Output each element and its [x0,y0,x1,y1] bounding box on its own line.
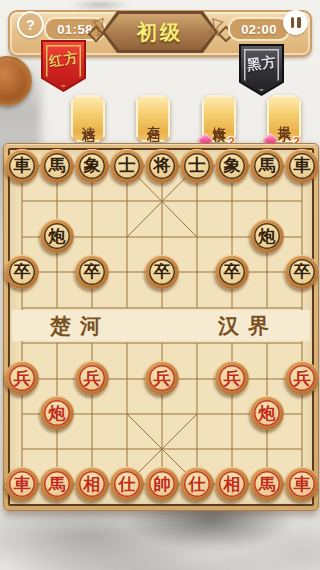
board-intersection[interactable] [110,254,145,289]
board-intersection[interactable] [285,183,320,218]
piece-red-advisor[interactable]: 仕 [180,467,214,501]
piece-black-advisor[interactable]: 士 [110,149,144,183]
board-intersection[interactable] [180,360,215,395]
board-intersection[interactable] [145,290,180,325]
board-intersection[interactable] [250,360,285,395]
board-intersection[interactable] [285,219,320,254]
board-intersection[interactable] [40,183,75,218]
board-intersection[interactable]: 炮 [40,396,75,431]
board-intersection[interactable] [180,431,215,466]
board-intersection[interactable] [145,396,180,431]
piece-red-soldier[interactable]: 兵 [215,361,249,395]
board-intersection[interactable]: 士 [180,148,215,183]
question-mark-icon: ? [26,17,35,33]
board-intersection[interactable] [180,219,215,254]
board-intersection[interactable] [180,290,215,325]
board-intersection[interactable] [215,219,250,254]
piece-red-elephant[interactable]: 相 [75,467,109,501]
undo-move-button[interactable]: 悔棋 2 [202,95,236,142]
piece-red-cannon[interactable]: 炮 [250,396,284,430]
piece-black-chariot[interactable]: 車 [285,149,319,183]
board-intersection[interactable]: 卒 [145,254,180,289]
board-intersection[interactable]: 兵 [75,360,110,395]
game-screen: ? 01:58 初级 02:00 红方 黑方 [0,0,320,570]
board-intersection[interactable] [5,290,40,325]
board-intersection[interactable] [5,396,40,431]
piece-black-general[interactable]: 将 [145,149,179,183]
board-intersection[interactable]: 兵 [215,360,250,395]
board-intersection[interactable]: 卒 [75,254,110,289]
board-intersection[interactable] [75,219,110,254]
piece-red-soldier[interactable]: 兵 [75,361,109,395]
board-intersection[interactable] [180,396,215,431]
piece-black-chariot[interactable]: 車 [5,149,39,183]
piece-red-chariot[interactable]: 車 [285,467,319,501]
board-intersection[interactable] [180,325,215,360]
board-intersection[interactable] [215,183,250,218]
board-intersection[interactable]: 炮 [250,219,285,254]
piece-black-elephant[interactable]: 象 [75,149,109,183]
piece-black-soldier[interactable]: 卒 [285,255,319,289]
board-intersection[interactable] [110,360,145,395]
board-intersection[interactable] [215,396,250,431]
board-intersection[interactable]: 象 [75,148,110,183]
piece-black-elephant[interactable]: 象 [215,149,249,183]
board-intersection[interactable]: 卒 [285,254,320,289]
board-intersection[interactable]: 車 [5,148,40,183]
board-intersection[interactable]: 兵 [285,360,320,395]
board-intersection[interactable] [110,325,145,360]
piece-black-cannon[interactable]: 炮 [250,219,284,253]
help-button[interactable]: ? [17,11,44,38]
board-intersection[interactable]: 仕 [110,467,145,502]
board-intersection[interactable] [215,431,250,466]
board-intersection[interactable] [250,290,285,325]
board-intersection[interactable]: 士 [110,148,145,183]
board-intersection[interactable] [180,183,215,218]
board-intersection[interactable] [75,431,110,466]
board-intersection[interactable]: 兵 [145,360,180,395]
piece-black-horse[interactable]: 馬 [250,149,284,183]
piece-black-advisor[interactable]: 士 [180,149,214,183]
piece-black-cannon[interactable]: 炮 [40,219,74,253]
board-intersection[interactable]: 車 [5,467,40,502]
xiangqi-board: 楚河 汉界 車馬象士将士象馬車炮炮卒卒卒卒卒兵兵兵兵兵炮炮車馬相仕帥仕相馬車 [3,143,319,511]
piece-black-horse[interactable]: 馬 [40,149,74,183]
board-intersection[interactable] [110,183,145,218]
board-intersection[interactable] [110,290,145,325]
pause-button[interactable] [283,10,308,35]
board-intersection[interactable] [40,360,75,395]
board-intersection[interactable] [110,431,145,466]
board-intersection[interactable]: 馬 [40,148,75,183]
board-intersection[interactable] [40,254,75,289]
board-intersection[interactable]: 車 [285,148,320,183]
piece-red-cannon[interactable]: 炮 [40,396,74,430]
board-intersection[interactable] [285,325,320,360]
black-timer: 02:00 [228,17,290,41]
board-intersection[interactable] [145,219,180,254]
board-intersection[interactable] [180,254,215,289]
board-intersection[interactable] [215,290,250,325]
board-intersection[interactable]: 相 [75,467,110,502]
board-intersection[interactable] [40,325,75,360]
board-intersection[interactable] [215,325,250,360]
board-intersection[interactable] [285,396,320,431]
black-side-banner: 黑方 [239,44,284,96]
board-intersection[interactable]: 馬 [250,467,285,502]
board-intersection[interactable] [250,254,285,289]
board-intersection[interactable] [145,325,180,360]
board-intersections: 車馬象士将士象馬車炮炮卒卒卒卒卒兵兵兵兵兵炮炮車馬相仕帥仕相馬車 [5,148,320,502]
board-intersection[interactable]: 象 [215,148,250,183]
piece-red-chariot[interactable]: 車 [5,467,39,501]
board-intersection[interactable] [110,219,145,254]
board-intersection[interactable]: 車 [285,467,320,502]
board-intersection[interactable] [75,183,110,218]
board-intersection[interactable]: 炮 [40,219,75,254]
board-intersection[interactable] [285,290,320,325]
board-intersection[interactable]: 兵 [5,360,40,395]
board-intersection[interactable]: 卒 [5,254,40,289]
board-intersection[interactable] [250,183,285,218]
hint-button[interactable]: 提示 2 [267,95,301,142]
board-intersection[interactable] [145,183,180,218]
load-game-button[interactable]: 读档 [71,95,105,142]
board-intersection[interactable]: 馬 [250,148,285,183]
piece-red-soldier[interactable]: 兵 [285,361,319,395]
piece-red-general[interactable]: 帥 [145,467,179,501]
board-intersection[interactable] [40,290,75,325]
board-intersection[interactable]: 仕 [180,467,215,502]
board-intersection[interactable]: 炮 [250,396,285,431]
piece-black-soldier[interactable]: 卒 [145,255,179,289]
board-intersection[interactable] [75,396,110,431]
ink-wash-decoration-top [70,0,130,10]
piece-black-soldier[interactable]: 卒 [215,255,249,289]
board-intersection[interactable]: 相 [215,467,250,502]
board-intersection[interactable] [110,396,145,431]
piece-red-horse[interactable]: 馬 [40,467,74,501]
board-intersection[interactable]: 帥 [145,467,180,502]
piece-red-horse[interactable]: 馬 [250,467,284,501]
piece-black-soldier[interactable]: 卒 [75,255,109,289]
piece-red-soldier[interactable]: 兵 [145,361,179,395]
board-intersection[interactable] [75,290,110,325]
piece-red-elephant[interactable]: 相 [215,467,249,501]
board-intersection[interactable] [5,325,40,360]
board-intersection[interactable]: 将 [145,148,180,183]
board-intersection[interactable] [75,325,110,360]
piece-red-soldier[interactable]: 兵 [5,361,39,395]
board-intersection[interactable]: 卒 [215,254,250,289]
board-intersection[interactable]: 馬 [40,467,75,502]
pause-icon [291,17,295,28]
board-intersection[interactable] [5,183,40,218]
board-intersection[interactable] [5,219,40,254]
level-banner: 初级 [102,11,218,53]
save-game-button[interactable]: 存档 [136,95,170,142]
board-intersection[interactable] [145,431,180,466]
red-side-banner: 红方 [41,40,86,92]
board-intersection[interactable] [250,325,285,360]
board-intersection[interactable] [5,431,40,466]
piece-black-soldier[interactable]: 卒 [5,255,39,289]
piece-red-advisor[interactable]: 仕 [110,467,144,501]
board-intersection[interactable] [40,431,75,466]
board-intersection[interactable] [285,431,320,466]
level-label: 初级 [137,19,183,46]
board-intersection[interactable] [250,431,285,466]
